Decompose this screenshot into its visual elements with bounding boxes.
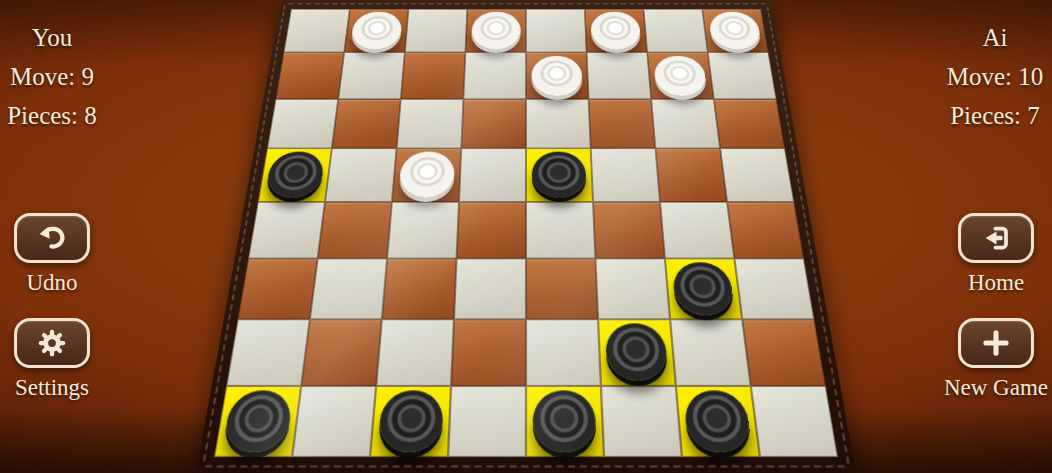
piece-count-ai: Pieces: 7 bbox=[950, 102, 1040, 130]
square-0-6 bbox=[643, 9, 707, 53]
square-7-3 bbox=[448, 386, 526, 457]
square-6-7[interactable] bbox=[742, 320, 825, 386]
square-1-6[interactable] bbox=[647, 53, 714, 99]
square-4-4 bbox=[526, 202, 595, 259]
square-2-5[interactable] bbox=[589, 99, 656, 149]
settings-label: Settings bbox=[15, 375, 89, 401]
square-2-3[interactable] bbox=[461, 99, 526, 149]
white-piece[interactable] bbox=[590, 12, 641, 50]
square-0-7[interactable] bbox=[702, 9, 768, 53]
square-3-4[interactable] bbox=[526, 148, 593, 201]
settings-button[interactable] bbox=[14, 318, 90, 368]
gear-icon bbox=[37, 328, 67, 358]
white-piece[interactable] bbox=[708, 12, 763, 50]
home-button[interactable] bbox=[958, 213, 1034, 263]
black-piece[interactable] bbox=[605, 324, 669, 381]
square-3-7 bbox=[720, 148, 794, 201]
square-1-5 bbox=[587, 53, 652, 99]
undo-label: Udno bbox=[26, 270, 77, 296]
black-piece[interactable] bbox=[671, 262, 735, 315]
square-0-1[interactable] bbox=[344, 9, 408, 53]
square-5-4[interactable] bbox=[526, 258, 598, 319]
square-3-6[interactable] bbox=[655, 148, 727, 201]
square-4-1[interactable] bbox=[318, 202, 392, 259]
square-6-6 bbox=[670, 320, 751, 386]
undo-icon bbox=[36, 222, 68, 254]
square-4-7[interactable] bbox=[727, 202, 804, 259]
move-count-ai: Move: 10 bbox=[947, 63, 1044, 91]
white-piece[interactable] bbox=[398, 152, 455, 198]
square-6-1[interactable] bbox=[301, 320, 382, 386]
square-5-5 bbox=[595, 258, 670, 319]
square-7-2[interactable] bbox=[370, 386, 451, 457]
square-4-5[interactable] bbox=[593, 202, 665, 259]
square-6-3[interactable] bbox=[451, 320, 526, 386]
board-scene bbox=[245, 0, 807, 468]
square-6-5[interactable] bbox=[598, 320, 676, 386]
square-4-3[interactable] bbox=[457, 202, 526, 259]
square-4-6 bbox=[660, 202, 734, 259]
square-7-0[interactable] bbox=[214, 386, 301, 457]
square-3-0[interactable] bbox=[258, 148, 332, 201]
square-2-7[interactable] bbox=[714, 99, 785, 149]
square-1-4[interactable] bbox=[526, 53, 589, 99]
move-count-you: Move: 9 bbox=[10, 63, 94, 91]
square-5-2[interactable] bbox=[382, 258, 457, 319]
undo-button[interactable] bbox=[14, 213, 90, 263]
square-7-4[interactable] bbox=[526, 386, 604, 457]
square-6-0 bbox=[226, 320, 309, 386]
square-5-7 bbox=[734, 258, 814, 319]
square-3-3 bbox=[459, 148, 526, 201]
square-7-7 bbox=[751, 386, 838, 457]
undo-control: Udno bbox=[0, 213, 104, 296]
square-6-4 bbox=[526, 320, 601, 386]
square-2-0 bbox=[267, 99, 338, 149]
square-0-0 bbox=[284, 9, 350, 53]
home-label: Home bbox=[968, 270, 1024, 296]
square-3-1 bbox=[325, 148, 397, 201]
square-4-0 bbox=[248, 202, 325, 259]
player-panel-ai: Ai Move: 10 Pieces: 7 bbox=[938, 24, 1052, 130]
square-0-4 bbox=[526, 9, 587, 53]
piece-count-you: Pieces: 8 bbox=[7, 102, 97, 130]
square-5-0[interactable] bbox=[238, 258, 318, 319]
player-panel-you: You Move: 9 Pieces: 8 bbox=[0, 24, 104, 130]
settings-control: Settings bbox=[0, 318, 104, 401]
square-0-3[interactable] bbox=[465, 9, 526, 53]
new-game-label: New Game bbox=[944, 375, 1048, 401]
square-1-0[interactable] bbox=[276, 53, 345, 99]
square-7-5 bbox=[601, 386, 682, 457]
black-piece[interactable] bbox=[533, 390, 597, 452]
square-2-4 bbox=[526, 99, 591, 149]
white-piece[interactable] bbox=[350, 12, 403, 50]
square-3-5 bbox=[591, 148, 660, 201]
square-7-1 bbox=[292, 386, 376, 457]
exit-home-icon bbox=[981, 223, 1011, 253]
player-name-ai: Ai bbox=[983, 24, 1008, 52]
square-5-6[interactable] bbox=[665, 258, 742, 319]
plus-icon bbox=[980, 327, 1012, 359]
checkers-board bbox=[196, 0, 856, 472]
black-piece[interactable] bbox=[532, 152, 587, 198]
square-0-2 bbox=[405, 9, 467, 53]
square-1-7 bbox=[708, 53, 777, 99]
white-piece[interactable] bbox=[653, 56, 708, 96]
square-2-6 bbox=[651, 99, 720, 149]
square-5-3 bbox=[454, 258, 526, 319]
black-piece[interactable] bbox=[222, 390, 294, 452]
player-name-you: You bbox=[32, 24, 73, 52]
new-game-button[interactable] bbox=[958, 318, 1034, 368]
white-piece[interactable] bbox=[471, 12, 521, 50]
square-0-5[interactable] bbox=[585, 9, 647, 53]
new-game-control: New Game bbox=[936, 318, 1052, 401]
white-piece[interactable] bbox=[531, 56, 582, 96]
black-piece[interactable] bbox=[377, 390, 444, 452]
square-1-2[interactable] bbox=[401, 53, 466, 99]
square-2-2 bbox=[397, 99, 464, 149]
board-grid bbox=[214, 9, 838, 457]
black-piece[interactable] bbox=[265, 152, 326, 198]
square-6-2 bbox=[376, 320, 454, 386]
square-4-2 bbox=[387, 202, 459, 259]
square-1-1 bbox=[338, 53, 405, 99]
square-5-1 bbox=[310, 258, 387, 319]
home-control: Home bbox=[936, 213, 1052, 296]
square-3-2[interactable] bbox=[392, 148, 461, 201]
square-7-6[interactable] bbox=[676, 386, 760, 457]
square-1-3 bbox=[463, 53, 526, 99]
square-2-1[interactable] bbox=[332, 99, 401, 149]
black-piece[interactable] bbox=[683, 390, 752, 452]
